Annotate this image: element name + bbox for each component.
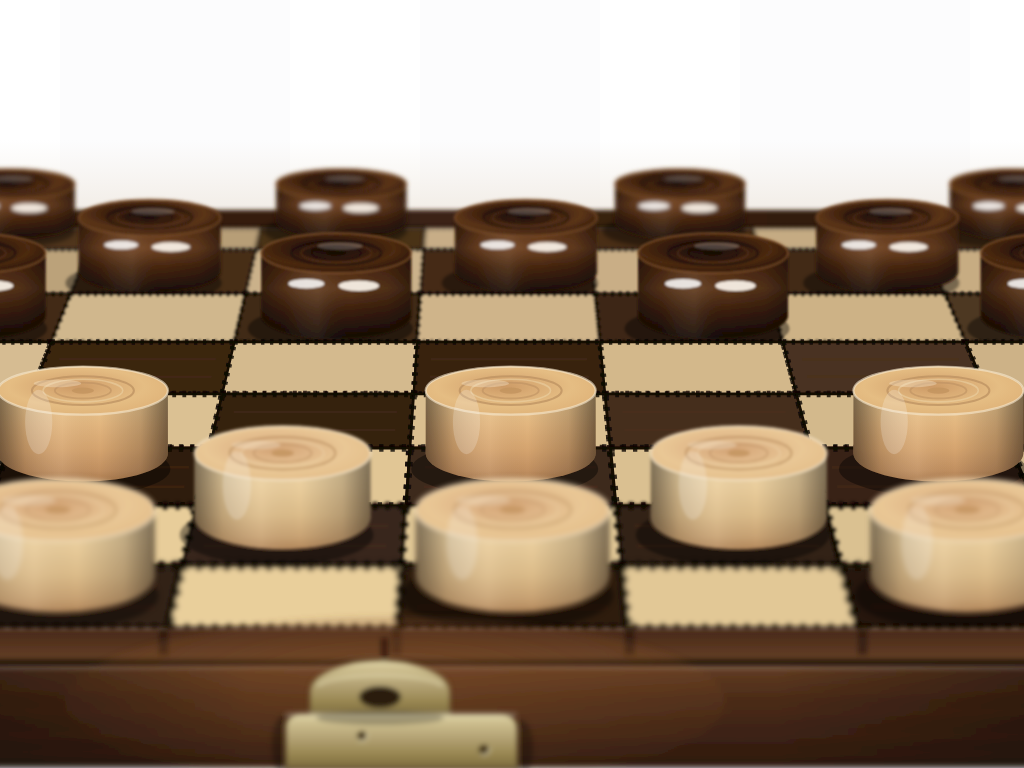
checkers-board (0, 169, 1024, 630)
piece-light-e1 (400, 479, 613, 630)
rank-6-squares (0, 294, 1024, 342)
rank-3-pieces (0, 367, 1024, 496)
square-g6 (770, 294, 965, 342)
piece-dark-c7 (66, 200, 222, 304)
square-f1 (622, 566, 858, 628)
rank-7-pieces (66, 200, 960, 304)
piece-light-e3 (411, 367, 598, 496)
piece-light-c3 (0, 367, 170, 496)
square-d5 (222, 342, 417, 394)
photo-stage (0, 0, 1024, 768)
piece-light-g3 (839, 367, 1024, 496)
piece-dark-e7 (442, 200, 598, 304)
square-f5 (600, 342, 796, 394)
checkers-photo-svg (0, 0, 1024, 768)
piece-light-d2 (180, 426, 374, 565)
piece-light-g1 (855, 479, 1024, 630)
square-e6 (417, 294, 600, 342)
piece-light-f2 (636, 426, 830, 565)
piece-dark-b6 (0, 233, 47, 351)
piece-dark-g7 (803, 200, 959, 304)
piece-dark-d6 (248, 233, 413, 351)
piece-light-c1 (0, 479, 159, 630)
square-c6 (52, 294, 246, 342)
piece-dark-f6 (625, 233, 790, 351)
